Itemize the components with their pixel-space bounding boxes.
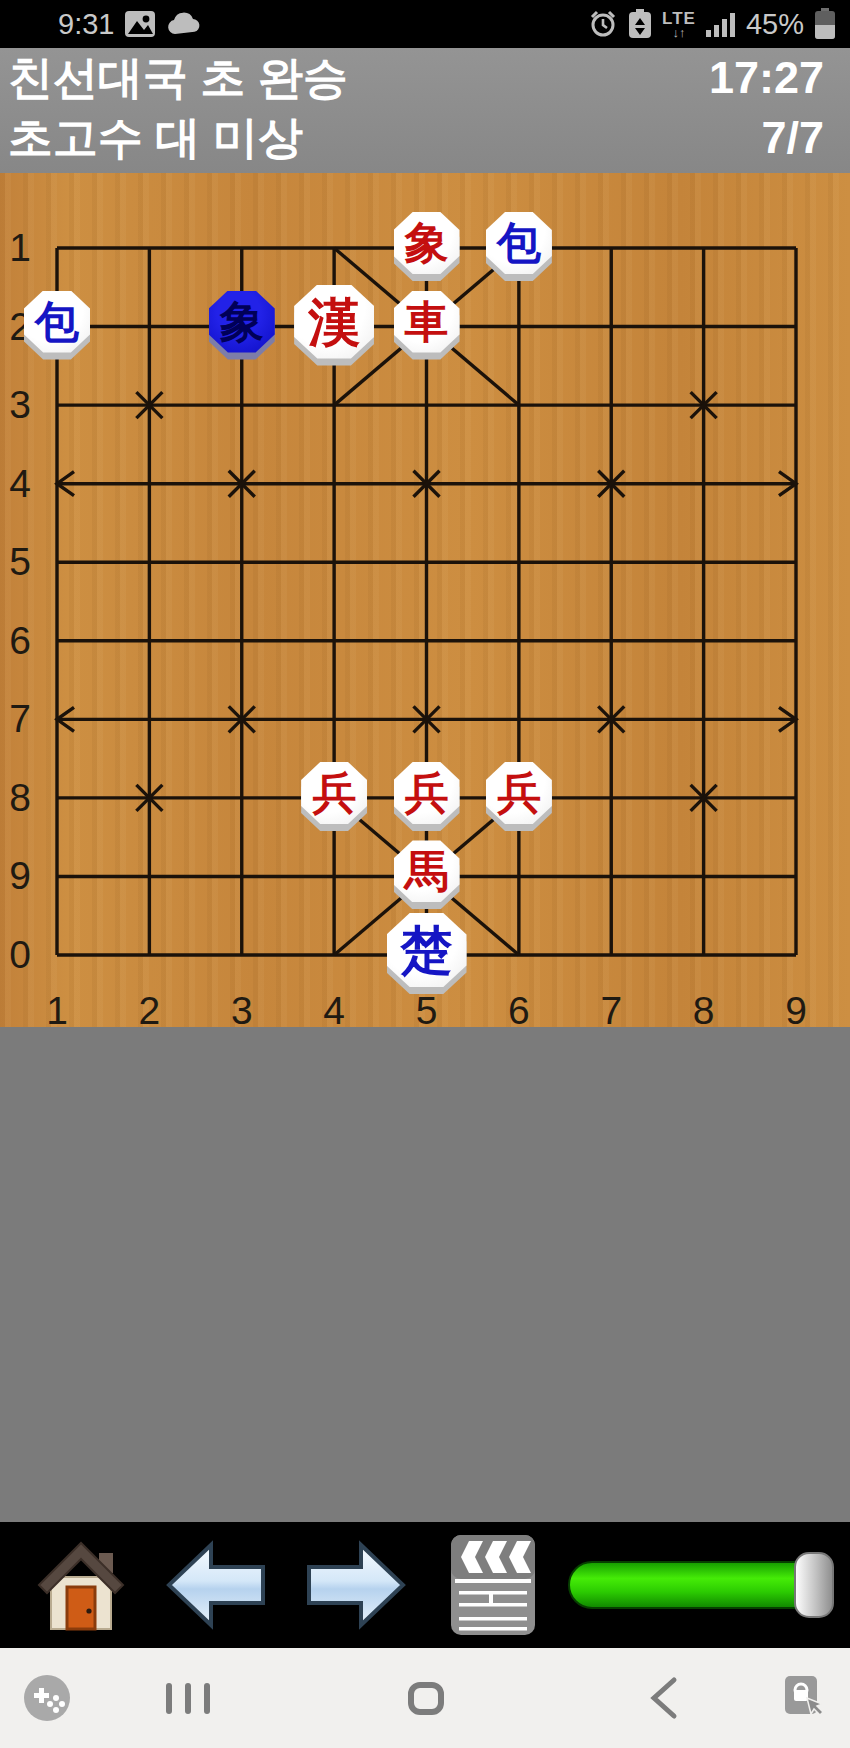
gallery-icon bbox=[124, 10, 156, 38]
game-tools-icon bbox=[23, 1674, 71, 1722]
status-bar: 9:31 LTE ↓↑ 45% bbox=[0, 0, 850, 48]
bottom-toolbar bbox=[0, 1522, 850, 1648]
replay-clapperboard-icon bbox=[449, 1533, 537, 1637]
back-nav-button[interactable] bbox=[630, 1648, 696, 1748]
back-arrow-icon bbox=[165, 1539, 269, 1631]
back-nav-icon bbox=[648, 1676, 678, 1720]
alarm-icon bbox=[588, 9, 618, 39]
piece-glyph: 楚 bbox=[387, 913, 467, 987]
piece-face: 象 bbox=[209, 291, 275, 353]
back-button[interactable] bbox=[165, 1522, 269, 1648]
row-label-5: 5 bbox=[0, 540, 40, 584]
piece-glyph: 包 bbox=[24, 291, 90, 353]
piece-glyph: 象 bbox=[394, 212, 460, 274]
piece-han-兵-58[interactable]: 兵 bbox=[394, 762, 460, 831]
forward-arrow-icon bbox=[303, 1539, 407, 1631]
piece-face: 楚 bbox=[387, 913, 467, 987]
piece-cho-包-12[interactable]: 包 bbox=[24, 291, 90, 360]
piece-glyph: 象 bbox=[209, 291, 275, 353]
piece-face: 包 bbox=[486, 212, 552, 274]
piece-face: 兵 bbox=[486, 762, 552, 824]
piece-han-馬-59[interactable]: 馬 bbox=[394, 840, 460, 909]
speed-slider-thumb[interactable] bbox=[794, 1552, 834, 1618]
touch-lock-button[interactable] bbox=[770, 1648, 836, 1748]
players-label: 초고수 대 미상 bbox=[8, 108, 303, 168]
piece-face: 漢 bbox=[294, 285, 374, 359]
piece-face: 馬 bbox=[394, 840, 460, 902]
piece-glyph: 兵 bbox=[301, 762, 367, 824]
recents-icon bbox=[166, 1683, 210, 1714]
android-nav-bar bbox=[0, 1648, 850, 1748]
lte-indicator: LTE ↓↑ bbox=[662, 10, 696, 39]
lower-pane bbox=[0, 1027, 850, 1522]
row-label-9: 9 bbox=[0, 854, 40, 898]
piece-face: 兵 bbox=[394, 762, 460, 824]
row-label-0: 0 bbox=[0, 933, 40, 977]
game-timer: 17:27 bbox=[709, 52, 824, 104]
home-button[interactable] bbox=[33, 1522, 129, 1648]
piece-han-兵-48[interactable]: 兵 bbox=[301, 762, 367, 831]
row-label-1: 1 bbox=[0, 226, 40, 270]
replay-button[interactable] bbox=[447, 1522, 539, 1648]
piece-face: 象 bbox=[394, 212, 460, 274]
piece-face: 兵 bbox=[301, 762, 367, 824]
piece-han-兵-68[interactable]: 兵 bbox=[486, 762, 552, 831]
game-header: 친선대국 초 완승 17:27 초고수 대 미상 7/7 bbox=[0, 48, 850, 173]
piece-face: 包 bbox=[24, 291, 90, 353]
piece-glyph: 兵 bbox=[486, 762, 552, 824]
piece-cho-象-32[interactable]: 象 bbox=[209, 291, 275, 360]
game-tools-button[interactable] bbox=[14, 1648, 80, 1748]
piece-glyph: 兵 bbox=[394, 762, 460, 824]
forward-button[interactable] bbox=[303, 1522, 407, 1648]
piece-glyph: 漢 bbox=[294, 285, 374, 359]
battery-percent: 45% bbox=[746, 8, 804, 41]
piece-han-車-52[interactable]: 車 bbox=[394, 291, 460, 360]
signal-bars-icon bbox=[706, 10, 736, 38]
home-nav-icon bbox=[408, 1682, 444, 1715]
home-icon bbox=[33, 1535, 129, 1635]
game-title: 친선대국 초 완승 bbox=[8, 48, 348, 108]
move-counter: 7/7 bbox=[761, 112, 824, 164]
piece-han-象-51[interactable]: 象 bbox=[394, 212, 460, 281]
row-label-3: 3 bbox=[0, 383, 40, 427]
janggi-board[interactable]: 1234567890123456789象包包象漢車兵兵兵馬楚 bbox=[0, 173, 850, 1027]
piece-cho-楚-510[interactable]: 楚 bbox=[387, 913, 467, 994]
piece-glyph: 馬 bbox=[394, 840, 460, 902]
home-nav-button[interactable] bbox=[393, 1648, 459, 1748]
row-label-6: 6 bbox=[0, 619, 40, 663]
row-label-7: 7 bbox=[0, 697, 40, 741]
cloud-icon bbox=[166, 11, 202, 37]
row-label-4: 4 bbox=[0, 462, 40, 506]
piece-glyph: 車 bbox=[394, 291, 460, 353]
battery-saver-icon bbox=[628, 9, 652, 39]
status-time: 9:31 bbox=[58, 8, 114, 41]
touch-lock-icon bbox=[777, 1672, 829, 1724]
phone-screen: 9:31 LTE ↓↑ 45% bbox=[0, 0, 850, 1748]
recents-button[interactable] bbox=[155, 1648, 221, 1748]
piece-cho-包-61[interactable]: 包 bbox=[486, 212, 552, 281]
battery-icon bbox=[814, 8, 836, 40]
piece-face: 車 bbox=[394, 291, 460, 353]
speed-slider[interactable] bbox=[568, 1561, 830, 1609]
piece-han-漢-42[interactable]: 漢 bbox=[294, 285, 374, 366]
row-label-8: 8 bbox=[0, 776, 40, 820]
piece-glyph: 包 bbox=[486, 212, 552, 274]
